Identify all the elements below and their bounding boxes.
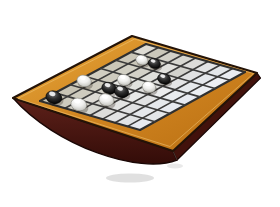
board-illustration-stage xyxy=(0,0,280,207)
go-board-clipart xyxy=(0,0,280,207)
ground-shadow xyxy=(106,174,154,183)
ground-shadow-small xyxy=(167,164,183,169)
